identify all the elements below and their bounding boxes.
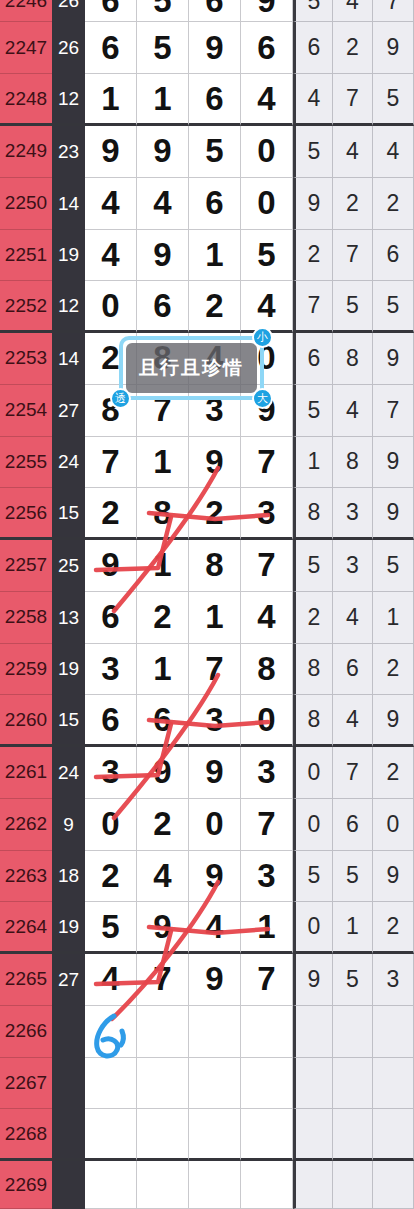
tail-digit-2257-2: 3 <box>333 540 373 592</box>
main-digit-2249-4: 0 <box>241 126 293 178</box>
main-digit-2267-3 <box>189 1058 241 1110</box>
main-digit-2260-4: 0 <box>241 695 293 747</box>
tail-digit-2267-2 <box>333 1058 373 1110</box>
main-digit-2251-4: 5 <box>241 230 293 282</box>
main-digit-2251-1: 4 <box>85 230 137 282</box>
tail-digit-2253-3: 9 <box>373 333 414 385</box>
tail-digit-2248-1: 4 <box>293 74 333 126</box>
main-digit-2258-2: 2 <box>137 592 189 644</box>
sum-cell-2255: 24 <box>52 437 85 489</box>
main-digit-2268-4 <box>241 1109 293 1161</box>
main-digit-2261-3: 9 <box>189 747 241 799</box>
main-digit-2265-1: 4 <box>85 954 137 1006</box>
main-digit-2263-2: 4 <box>137 851 189 903</box>
tail-digit-2268-1 <box>293 1109 333 1161</box>
main-digit-2262-3: 0 <box>189 799 241 851</box>
sum-cell-2261: 24 <box>52 747 85 799</box>
main-digit-2262-1: 0 <box>85 799 137 851</box>
period-cell-2257: 2257 <box>0 540 52 592</box>
main-digit-2258-1: 6 <box>85 592 137 644</box>
main-digit-2268-3 <box>189 1109 241 1161</box>
tail-digit-2257-3: 5 <box>373 540 414 592</box>
main-digit-2257-1: 9 <box>85 540 137 592</box>
sum-cell-2265: 27 <box>52 954 85 1006</box>
main-digit-2249-3: 5 <box>189 126 241 178</box>
tail-digit-2255-3: 9 <box>373 437 414 489</box>
tail-digit-2264-3: 2 <box>373 902 414 954</box>
period-cell-2250: 2250 <box>0 178 52 230</box>
main-digit-2246-1: 6 <box>85 0 137 22</box>
main-digit-2257-4: 7 <box>241 540 293 592</box>
main-digit-2249-1: 9 <box>85 126 137 178</box>
tail-digit-2254-1: 5 <box>293 385 333 437</box>
tail-digit-2260-1: 8 <box>293 695 333 747</box>
main-digit-2259-3: 7 <box>189 644 241 696</box>
main-digit-2260-3: 3 <box>189 695 241 747</box>
tail-digit-2251-1: 2 <box>293 230 333 282</box>
tail-digit-2256-2: 3 <box>333 488 373 540</box>
main-digit-2259-2: 1 <box>137 644 189 696</box>
tail-digit-2259-3: 2 <box>373 644 414 696</box>
tail-digit-2266-3 <box>373 1006 414 1058</box>
tail-digit-2263-2: 5 <box>333 851 373 903</box>
main-digit-2258-4: 4 <box>241 592 293 644</box>
main-digit-2266-2 <box>137 1006 189 1058</box>
main-digit-2252-3: 2 <box>189 281 241 333</box>
sum-cell-2260: 15 <box>52 695 85 747</box>
main-digit-2261-4: 3 <box>241 747 293 799</box>
main-digit-2264-4: 1 <box>241 902 293 954</box>
main-digit-2257-2: 1 <box>137 540 189 592</box>
main-digit-2252-2: 6 <box>137 281 189 333</box>
tail-digit-2252-3: 5 <box>373 281 414 333</box>
main-digit-2263-3: 9 <box>189 851 241 903</box>
tail-digit-2249-3: 4 <box>373 126 414 178</box>
main-digit-2257-3: 8 <box>189 540 241 592</box>
sum-cell-2250: 14 <box>52 178 85 230</box>
sum-cell-2258: 13 <box>52 592 85 644</box>
main-digit-2249-2: 9 <box>137 126 189 178</box>
tail-digit-2246-2: 4 <box>333 0 373 22</box>
tail-digit-2265-2: 5 <box>333 954 373 1006</box>
sum-cell-2246: 26 <box>52 0 85 22</box>
text-sticker-label: 且行且珍惜 <box>139 355 244 381</box>
period-cell-2263: 2263 <box>0 851 52 903</box>
transparency-handle[interactable]: 透 <box>110 388 131 409</box>
tail-digit-2252-1: 7 <box>293 281 333 333</box>
period-cell-2248: 2248 <box>0 74 52 126</box>
main-digit-2265-2: 7 <box>137 954 189 1006</box>
period-cell-2260: 2260 <box>0 695 52 747</box>
tail-digit-2262-3: 0 <box>373 799 414 851</box>
tail-digit-2258-3: 1 <box>373 592 414 644</box>
main-digit-2256-4: 3 <box>241 488 293 540</box>
period-cell-2258: 2258 <box>0 592 52 644</box>
main-digit-2265-3: 9 <box>189 954 241 1006</box>
tail-digit-2268-3 <box>373 1109 414 1161</box>
main-digit-2246-4: 9 <box>241 0 293 22</box>
main-digit-2248-2: 1 <box>137 74 189 126</box>
sum-cell-2251: 19 <box>52 230 85 282</box>
tail-digit-2263-1: 5 <box>293 851 333 903</box>
period-cell-2254: 2254 <box>0 385 52 437</box>
main-digit-2268-1 <box>85 1109 137 1161</box>
sum-cell-2248: 12 <box>52 74 85 126</box>
sum-cell-2256: 15 <box>52 488 85 540</box>
tail-digit-2264-2: 1 <box>333 902 373 954</box>
sum-cell-2266 <box>52 1006 85 1058</box>
sum-cell-2247: 26 <box>52 22 85 74</box>
main-digit-2263-4: 3 <box>241 851 293 903</box>
tail-digit-2254-3: 7 <box>373 385 414 437</box>
main-digit-2259-4: 8 <box>241 644 293 696</box>
sum-cell-2262: 9 <box>52 799 85 851</box>
sum-cell-2268 <box>52 1109 85 1161</box>
tail-digit-2263-3: 9 <box>373 851 414 903</box>
period-cell-2246: 2246 <box>0 0 52 22</box>
main-digit-2264-1: 5 <box>85 902 137 954</box>
tail-digit-2249-2: 4 <box>333 126 373 178</box>
sum-cell-2264: 19 <box>52 902 85 954</box>
sum-cell-2267 <box>52 1058 85 1110</box>
tail-digit-2249-1: 5 <box>293 126 333 178</box>
tail-digit-2261-3: 2 <box>373 747 414 799</box>
main-digit-2262-2: 2 <box>137 799 189 851</box>
enlarge-handle[interactable]: 大 <box>252 388 273 409</box>
tail-digit-2258-2: 4 <box>333 592 373 644</box>
main-digit-2246-3: 6 <box>189 0 241 22</box>
sum-cell-2253: 14 <box>52 333 85 385</box>
main-digit-2267-4 <box>241 1058 293 1110</box>
tail-digit-2246-3: 7 <box>373 0 414 22</box>
tail-digit-2261-1: 0 <box>293 747 333 799</box>
tail-digit-2269-1 <box>293 1161 333 1209</box>
period-cell-2249: 2249 <box>0 126 52 178</box>
tail-digit-2257-1: 5 <box>293 540 333 592</box>
period-cell-2264: 2264 <box>0 902 52 954</box>
main-digit-2261-1: 3 <box>85 747 137 799</box>
period-cell-2255: 2255 <box>0 437 52 489</box>
tail-digit-2256-1: 8 <box>293 488 333 540</box>
sum-cell-2254: 27 <box>52 385 85 437</box>
main-digit-2255-2: 1 <box>137 437 189 489</box>
main-digit-2247-3: 9 <box>189 22 241 74</box>
tail-digit-2260-2: 4 <box>333 695 373 747</box>
main-digit-2248-3: 6 <box>189 74 241 126</box>
main-digit-2269-4 <box>241 1161 293 1209</box>
period-cell-2256: 2256 <box>0 488 52 540</box>
main-digit-2251-2: 9 <box>137 230 189 282</box>
sum-cell-2259: 19 <box>52 644 85 696</box>
main-digit-2267-2 <box>137 1058 189 1110</box>
period-cell-2259: 2259 <box>0 644 52 696</box>
tail-digit-2248-3: 5 <box>373 74 414 126</box>
tail-digit-2267-3 <box>373 1058 414 1110</box>
main-digit-2250-1: 4 <box>85 178 137 230</box>
tail-digit-2248-2: 7 <box>333 74 373 126</box>
main-digit-2260-2: 6 <box>137 695 189 747</box>
main-digit-2267-1 <box>85 1058 137 1110</box>
tail-digit-2262-2: 6 <box>333 799 373 851</box>
main-digit-2247-1: 6 <box>85 22 137 74</box>
tail-digit-2268-2 <box>333 1109 373 1161</box>
main-digit-2250-3: 6 <box>189 178 241 230</box>
tail-digit-2261-2: 7 <box>333 747 373 799</box>
tail-digit-2251-2: 7 <box>333 230 373 282</box>
main-digit-2269-2 <box>137 1161 189 1209</box>
sum-cell-2263: 18 <box>52 851 85 903</box>
tail-digit-2253-2: 8 <box>333 333 373 385</box>
sum-cell-2269 <box>52 1161 85 1209</box>
text-sticker[interactable]: 且行且珍惜 <box>126 343 257 393</box>
main-digit-2256-1: 2 <box>85 488 137 540</box>
tail-digit-2262-1: 0 <box>293 799 333 851</box>
tail-digit-2266-1 <box>293 1006 333 1058</box>
period-cell-2268: 2268 <box>0 1109 52 1161</box>
tail-digit-2258-1: 2 <box>293 592 333 644</box>
period-cell-2261: 2261 <box>0 747 52 799</box>
tail-digit-2250-2: 2 <box>333 178 373 230</box>
tail-digit-2247-3: 9 <box>373 22 414 74</box>
main-digit-2264-2: 9 <box>137 902 189 954</box>
main-digit-2247-4: 6 <box>241 22 293 74</box>
main-digit-2248-1: 1 <box>85 74 137 126</box>
main-digit-2250-2: 4 <box>137 178 189 230</box>
main-digit-2255-1: 7 <box>85 437 137 489</box>
period-cell-2266: 2266 <box>0 1006 52 1058</box>
main-digit-2269-3 <box>189 1161 241 1209</box>
tail-digit-2260-3: 9 <box>373 695 414 747</box>
tail-digit-2269-2 <box>333 1161 373 1209</box>
main-digit-2263-1: 2 <box>85 851 137 903</box>
main-digit-2266-3 <box>189 1006 241 1058</box>
period-cell-2269: 2269 <box>0 1161 52 1209</box>
tail-digit-2266-2 <box>333 1006 373 1058</box>
tail-digit-2255-2: 8 <box>333 437 373 489</box>
main-digit-2248-4: 4 <box>241 74 293 126</box>
main-digit-2252-1: 0 <box>85 281 137 333</box>
main-digit-2265-4: 7 <box>241 954 293 1006</box>
main-digit-2250-4: 0 <box>241 178 293 230</box>
tail-digit-2250-3: 2 <box>373 178 414 230</box>
main-digit-2260-1: 6 <box>85 695 137 747</box>
main-digit-2255-3: 9 <box>189 437 241 489</box>
trend-grid: 2246266569547224726659662922481211644752… <box>0 0 414 1209</box>
period-cell-2253: 2253 <box>0 333 52 385</box>
main-digit-2266-1 <box>85 1006 137 1058</box>
period-cell-2262: 2262 <box>0 799 52 851</box>
main-digit-2256-3: 2 <box>189 488 241 540</box>
main-digit-2264-3: 4 <box>189 902 241 954</box>
tail-digit-2247-1: 6 <box>293 22 333 74</box>
lottery-trend-chart-screen: 2246266569547224726659662922481211644752… <box>0 0 414 1209</box>
tail-digit-2256-3: 9 <box>373 488 414 540</box>
main-digit-2266-4 <box>241 1006 293 1058</box>
period-cell-2247: 2247 <box>0 22 52 74</box>
main-digit-2261-2: 9 <box>137 747 189 799</box>
tail-digit-2252-2: 5 <box>333 281 373 333</box>
sum-cell-2257: 25 <box>52 540 85 592</box>
tail-digit-2253-1: 6 <box>293 333 333 385</box>
tail-digit-2247-2: 2 <box>333 22 373 74</box>
main-digit-2251-3: 1 <box>189 230 241 282</box>
period-cell-2252: 2252 <box>0 281 52 333</box>
period-cell-2267: 2267 <box>0 1058 52 1110</box>
tail-digit-2269-3 <box>373 1161 414 1209</box>
tail-digit-2255-1: 1 <box>293 437 333 489</box>
main-digit-2259-1: 3 <box>85 644 137 696</box>
tail-digit-2254-2: 4 <box>333 385 373 437</box>
tail-digit-2259-1: 8 <box>293 644 333 696</box>
period-cell-2251: 2251 <box>0 230 52 282</box>
text-sticker-selection-frame[interactable]: 且行且珍惜 小 透 大 <box>119 336 264 400</box>
shrink-handle[interactable]: 小 <box>252 327 273 348</box>
sum-cell-2249: 23 <box>52 126 85 178</box>
main-digit-2247-2: 5 <box>137 22 189 74</box>
main-digit-2258-3: 1 <box>189 592 241 644</box>
main-digit-2269-1 <box>85 1161 137 1209</box>
main-digit-2268-2 <box>137 1109 189 1161</box>
main-digit-2252-4: 4 <box>241 281 293 333</box>
tail-digit-2265-3: 3 <box>373 954 414 1006</box>
tail-digit-2267-1 <box>293 1058 333 1110</box>
main-digit-2256-2: 8 <box>137 488 189 540</box>
main-digit-2255-4: 7 <box>241 437 293 489</box>
tail-digit-2246-1: 5 <box>293 0 333 22</box>
tail-digit-2259-2: 6 <box>333 644 373 696</box>
tail-digit-2251-3: 6 <box>373 230 414 282</box>
tail-digit-2265-1: 9 <box>293 954 333 1006</box>
main-digit-2262-4: 7 <box>241 799 293 851</box>
tail-digit-2264-1: 0 <box>293 902 333 954</box>
main-digit-2246-2: 5 <box>137 0 189 22</box>
sum-cell-2252: 12 <box>52 281 85 333</box>
period-cell-2265: 2265 <box>0 954 52 1006</box>
tail-digit-2250-1: 9 <box>293 178 333 230</box>
